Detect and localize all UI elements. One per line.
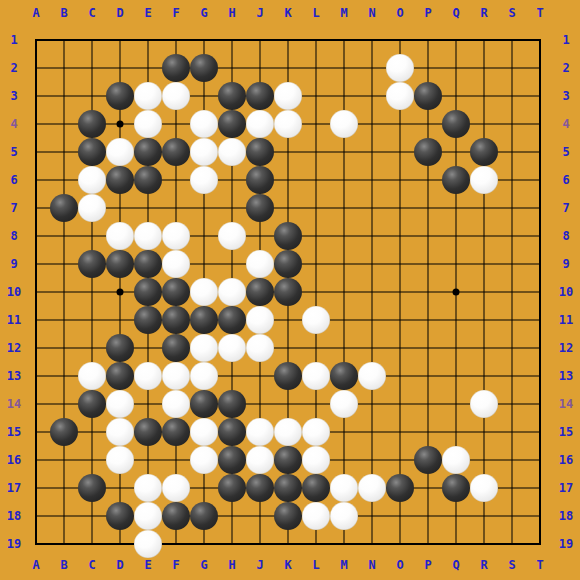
stone-K16-black [274,446,302,474]
stone-G15-white [190,418,218,446]
stone-G11-black [190,306,218,334]
stone-F17-white [162,474,190,502]
stone-F11-black [162,306,190,334]
col-label-top-E: E [139,6,157,20]
row-label-left-3: 3 [2,89,26,103]
stone-E9-black [134,250,162,278]
stone-J5-black [246,138,274,166]
col-label-bottom-B: B [55,558,73,572]
stone-M18-white [330,502,358,530]
stone-L18-white [302,502,330,530]
stone-D14-white [106,390,134,418]
col-label-top-Q: Q [447,6,465,20]
stone-E15-black [134,418,162,446]
row-label-left-11: 11 [2,313,26,327]
stone-H17-black [218,474,246,502]
col-label-top-N: N [363,6,381,20]
row-label-right-1: 1 [554,33,578,47]
stone-M17-white [330,474,358,502]
col-label-top-F: F [167,6,185,20]
row-label-right-5: 5 [554,145,578,159]
stone-D6-black [106,166,134,194]
stone-L16-white [302,446,330,474]
col-label-bottom-Q: Q [447,558,465,572]
stone-J3-black [246,82,274,110]
stone-F13-white [162,362,190,390]
row-label-right-8: 8 [554,229,578,243]
stone-L17-black [302,474,330,502]
row-label-left-2: 2 [2,61,26,75]
stone-K17-black [274,474,302,502]
stone-K10-black [274,278,302,306]
stone-C9-black [78,250,106,278]
stone-K4-white [274,110,302,138]
stone-C5-black [78,138,106,166]
stone-G6-white [190,166,218,194]
stone-E11-black [134,306,162,334]
row-label-left-12: 12 [2,341,26,355]
stone-H15-black [218,418,246,446]
stone-M14-white [330,390,358,418]
col-label-top-S: S [503,6,521,20]
stone-K18-black [274,502,302,530]
row-label-left-13: 13 [2,369,26,383]
col-label-top-C: C [83,6,101,20]
col-label-top-H: H [223,6,241,20]
col-label-top-O: O [391,6,409,20]
stone-H11-black [218,306,246,334]
stone-E10-black [134,278,162,306]
stone-E17-white [134,474,162,502]
stone-J6-black [246,166,274,194]
col-label-top-A: A [27,6,45,20]
stone-F8-white [162,222,190,250]
stone-R17-white [470,474,498,502]
col-label-top-T: T [531,6,549,20]
col-label-top-R: R [475,6,493,20]
stone-G4-white [190,110,218,138]
row-label-left-18: 18 [2,509,26,523]
stone-E3-white [134,82,162,110]
row-label-right-16: 16 [554,453,578,467]
row-label-right-18: 18 [554,509,578,523]
stone-C7-white [78,194,106,222]
row-label-right-14: 14 [554,397,578,411]
stone-D9-black [106,250,134,278]
stone-G18-black [190,502,218,530]
row-label-left-15: 15 [2,425,26,439]
stone-B15-black [50,418,78,446]
stone-J16-white [246,446,274,474]
col-label-top-K: K [279,6,297,20]
col-label-bottom-G: G [195,558,213,572]
col-label-bottom-O: O [391,558,409,572]
stone-E13-white [134,362,162,390]
col-label-top-M: M [335,6,353,20]
row-label-left-14: 14 [2,397,26,411]
row-label-left-17: 17 [2,481,26,495]
stone-H12-white [218,334,246,362]
stone-K13-black [274,362,302,390]
stone-R6-white [470,166,498,194]
row-label-left-19: 19 [2,537,26,551]
stone-H16-black [218,446,246,474]
col-label-bottom-C: C [83,558,101,572]
col-label-bottom-N: N [363,558,381,572]
col-label-bottom-S: S [503,558,521,572]
stone-G5-white [190,138,218,166]
stone-R14-white [470,390,498,418]
stone-D5-white [106,138,134,166]
row-label-left-4: 4 [2,117,26,131]
stone-N17-white [358,474,386,502]
stone-C4-black [78,110,106,138]
stone-D8-white [106,222,134,250]
stone-D15-white [106,418,134,446]
row-label-left-5: 5 [2,145,26,159]
stone-F15-black [162,418,190,446]
stone-F14-white [162,390,190,418]
hoshi-D4 [117,121,124,128]
stone-P5-black [414,138,442,166]
stone-F9-white [162,250,190,278]
col-label-top-J: J [251,6,269,20]
stone-G14-black [190,390,218,418]
stone-D3-black [106,82,134,110]
stone-C6-white [78,166,106,194]
stone-Q16-white [442,446,470,474]
row-label-right-15: 15 [554,425,578,439]
stone-E5-black [134,138,162,166]
col-label-bottom-H: H [223,558,241,572]
stone-H3-black [218,82,246,110]
stone-Q4-black [442,110,470,138]
stone-D16-white [106,446,134,474]
stone-H10-white [218,278,246,306]
col-label-bottom-E: E [139,558,157,572]
stone-R5-black [470,138,498,166]
stone-J9-white [246,250,274,278]
stone-E18-white [134,502,162,530]
stone-D13-black [106,362,134,390]
row-label-left-16: 16 [2,453,26,467]
stone-G16-white [190,446,218,474]
stone-L13-white [302,362,330,390]
col-label-bottom-T: T [531,558,549,572]
stone-D12-black [106,334,134,362]
row-label-right-11: 11 [554,313,578,327]
stone-Q6-black [442,166,470,194]
stone-F5-black [162,138,190,166]
row-label-left-7: 7 [2,201,26,215]
stone-H14-black [218,390,246,418]
row-label-right-10: 10 [554,285,578,299]
col-label-top-G: G [195,6,213,20]
row-label-right-9: 9 [554,257,578,271]
stone-K8-black [274,222,302,250]
col-label-bottom-P: P [419,558,437,572]
stone-K9-black [274,250,302,278]
stone-P3-black [414,82,442,110]
stone-F12-black [162,334,190,362]
stone-J11-white [246,306,274,334]
stone-J10-black [246,278,274,306]
stone-J17-black [246,474,274,502]
stone-G10-white [190,278,218,306]
row-label-right-4: 4 [554,117,578,131]
stone-E6-black [134,166,162,194]
col-label-bottom-K: K [279,558,297,572]
stone-O3-white [386,82,414,110]
stone-C17-black [78,474,106,502]
stone-Q17-black [442,474,470,502]
stone-H5-white [218,138,246,166]
stone-K3-white [274,82,302,110]
stone-L11-white [302,306,330,334]
stone-K15-white [274,418,302,446]
row-label-left-6: 6 [2,173,26,187]
row-label-right-13: 13 [554,369,578,383]
stone-F3-white [162,82,190,110]
stone-M13-black [330,362,358,390]
hoshi-D10 [117,289,124,296]
stone-J7-black [246,194,274,222]
row-label-right-17: 17 [554,481,578,495]
stone-J12-white [246,334,274,362]
col-label-top-B: B [55,6,73,20]
stone-F10-black [162,278,190,306]
stone-J4-white [246,110,274,138]
stone-E4-white [134,110,162,138]
stone-H8-white [218,222,246,250]
stone-N13-white [358,362,386,390]
stone-J15-white [246,418,274,446]
stone-F2-black [162,54,190,82]
stone-G13-white [190,362,218,390]
stone-C14-black [78,390,106,418]
col-label-top-P: P [419,6,437,20]
stone-E19-white [134,530,162,558]
row-label-right-12: 12 [554,341,578,355]
go-board[interactable]: ABCDEFGHJKLMNOPQRST ABCDEFGHJKLMNOPQRST … [0,0,580,580]
row-label-right-7: 7 [554,201,578,215]
stone-M4-white [330,110,358,138]
stone-G12-white [190,334,218,362]
stone-G2-black [190,54,218,82]
row-label-left-9: 9 [2,257,26,271]
stone-O2-white [386,54,414,82]
row-label-left-10: 10 [2,285,26,299]
stone-B7-black [50,194,78,222]
row-label-right-2: 2 [554,61,578,75]
col-label-bottom-A: A [27,558,45,572]
row-label-right-3: 3 [554,89,578,103]
stone-E8-white [134,222,162,250]
row-label-right-19: 19 [554,537,578,551]
col-label-top-D: D [111,6,129,20]
stone-L15-white [302,418,330,446]
stone-F18-black [162,502,190,530]
col-label-bottom-F: F [167,558,185,572]
row-label-left-1: 1 [2,33,26,47]
row-label-right-6: 6 [554,173,578,187]
stone-D18-black [106,502,134,530]
col-label-bottom-J: J [251,558,269,572]
col-label-bottom-D: D [111,558,129,572]
stone-O17-black [386,474,414,502]
stone-C13-white [78,362,106,390]
col-label-top-L: L [307,6,325,20]
stone-H4-black [218,110,246,138]
col-label-bottom-R: R [475,558,493,572]
hoshi-Q10 [453,289,460,296]
row-label-left-8: 8 [2,229,26,243]
col-label-bottom-M: M [335,558,353,572]
col-label-bottom-L: L [307,558,325,572]
stone-P16-black [414,446,442,474]
